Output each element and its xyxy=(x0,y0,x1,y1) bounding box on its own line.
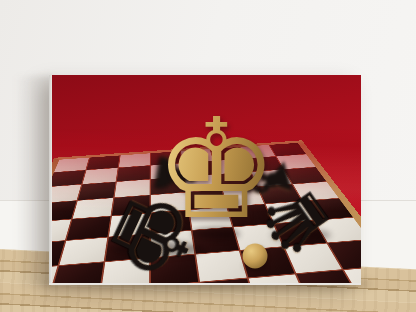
canvas-edge xyxy=(49,75,52,283)
poster-wall-shadow xyxy=(14,76,54,286)
pieces-layer: ♟♝♚♚♛ xyxy=(49,75,361,283)
white-pawn-ball xyxy=(243,244,268,269)
scene: ♟♝♚♚♛ xyxy=(0,0,416,312)
square xyxy=(151,283,203,285)
chess-photo-print: ♟♝♚♚♛ xyxy=(49,75,361,285)
